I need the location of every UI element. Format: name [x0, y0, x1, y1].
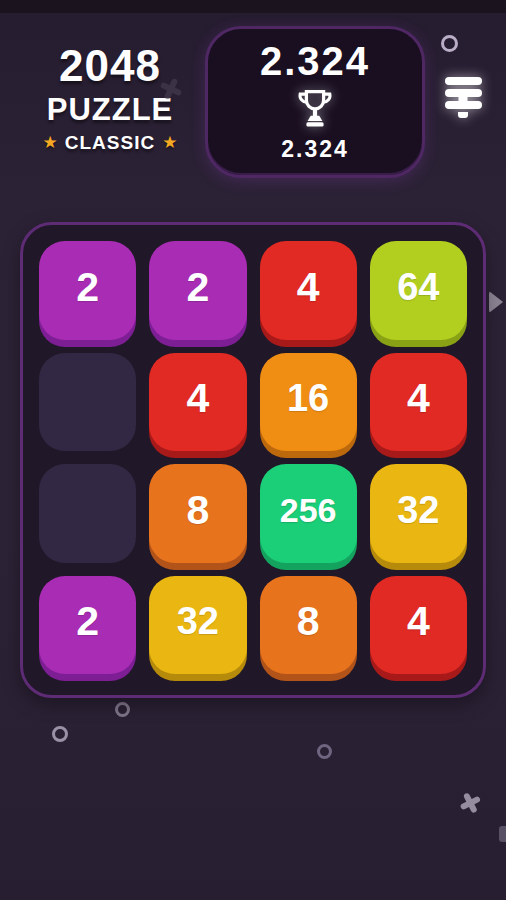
tile-64: 64	[370, 241, 467, 340]
tile-32: 32	[370, 464, 467, 563]
logo-classic-row: ★ CLASSIC ★	[26, 133, 194, 152]
star-icon: ★	[43, 134, 58, 151]
empty-cell	[39, 464, 136, 563]
empty-cell	[39, 353, 136, 452]
tile-4: 4	[370, 353, 467, 452]
tile-16: 16	[260, 353, 357, 452]
app-logo: 2048 PUZZLE ★ CLASSIC ★	[26, 44, 194, 152]
status-bar	[0, 0, 506, 13]
tile-4: 4	[149, 353, 246, 452]
menu-icon[interactable]	[441, 77, 485, 125]
tile-32: 32	[149, 576, 246, 675]
tile-8: 8	[260, 576, 357, 675]
trophy-icon	[292, 86, 338, 134]
score-value: 2.324	[260, 39, 370, 84]
logo-subtitle: PUZZLE	[26, 94, 194, 125]
tile-256: 256	[260, 464, 357, 563]
menu-bar	[445, 101, 482, 109]
decor-circle	[441, 35, 458, 52]
best-score-value: 2.324	[281, 136, 349, 163]
tile-2: 2	[39, 241, 136, 340]
board[interactable]: 22464416482563223284	[20, 222, 486, 698]
decor-circle	[52, 726, 68, 742]
menu-nub	[458, 112, 468, 118]
decor-arrow-right	[489, 291, 503, 313]
tile-2: 2	[149, 241, 246, 340]
decor-circle	[317, 744, 332, 759]
menu-bar	[445, 89, 482, 97]
tile-8: 8	[149, 464, 246, 563]
tile-2: 2	[39, 576, 136, 675]
decor-circle	[115, 702, 130, 717]
decor-cross	[459, 791, 483, 815]
decor-edge-shape	[499, 826, 506, 842]
tile-4: 4	[260, 241, 357, 340]
score-panel: 2.324 2.324	[205, 26, 425, 178]
menu-bar	[445, 77, 482, 85]
tile-4: 4	[370, 576, 467, 675]
logo-classic-label: CLASSIC	[65, 133, 155, 152]
star-icon: ★	[162, 134, 177, 151]
logo-title: 2048	[26, 44, 194, 88]
